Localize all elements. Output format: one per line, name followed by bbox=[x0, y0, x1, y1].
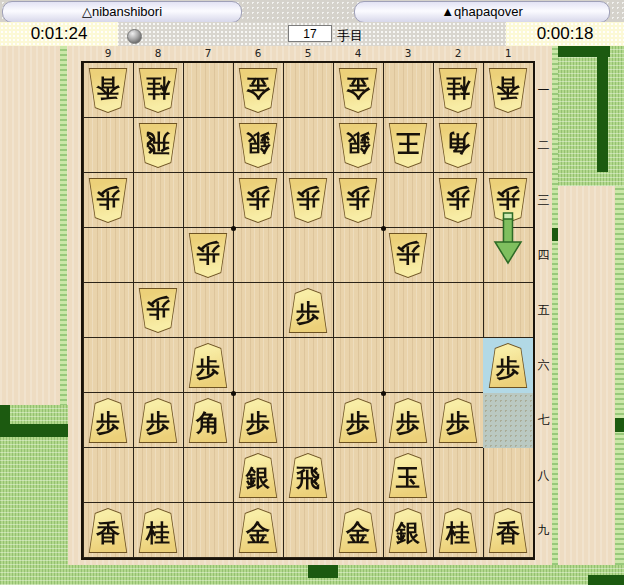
koma-sente-p[interactable]: 歩 bbox=[333, 393, 383, 448]
koma-kanji: 王 bbox=[396, 131, 420, 155]
koma-sente-s[interactable]: 銀 bbox=[383, 503, 433, 558]
mat-top-right bbox=[558, 46, 624, 186]
koma-gote-p[interactable]: 歩 bbox=[283, 173, 333, 228]
koma-gote-p[interactable]: 歩 bbox=[233, 173, 283, 228]
koma-sente-r[interactable]: 飛 bbox=[283, 448, 333, 503]
koma-gote-l[interactable]: 香 bbox=[483, 63, 533, 118]
rank-label-2: 二 bbox=[535, 118, 552, 173]
koma-gote-n[interactable]: 桂 bbox=[433, 63, 483, 118]
koma-sente-g[interactable]: 金 bbox=[333, 503, 383, 558]
koma-kanji: 金 bbox=[246, 521, 270, 545]
koma-kanji: 歩 bbox=[246, 186, 270, 210]
koma-kanji: 歩 bbox=[346, 411, 370, 435]
koma-kanji: 歩 bbox=[146, 411, 170, 435]
file-label-2: 2 bbox=[433, 47, 483, 60]
koma-kanji: 香 bbox=[496, 521, 520, 545]
rank-label-4: 四 bbox=[535, 228, 552, 283]
koma-kanji: 飛 bbox=[296, 466, 320, 490]
koma-kanji: 歩 bbox=[296, 301, 320, 325]
koma-kanji: 桂 bbox=[146, 521, 170, 545]
sente-clock: 0:00:18 bbox=[506, 22, 624, 46]
koma-sente-s[interactable]: 銀 bbox=[233, 448, 283, 503]
koma-sente-n[interactable]: 桂 bbox=[133, 503, 183, 558]
gote-player-button[interactable]: △nibanshibori bbox=[2, 1, 242, 23]
koma-gote-n[interactable]: 桂 bbox=[133, 63, 183, 118]
koma-gote-b[interactable]: 角 bbox=[433, 118, 483, 173]
file-label-1: 1 bbox=[483, 47, 533, 60]
gote-clock: 0:01:24 bbox=[0, 22, 118, 46]
koma-gote-g[interactable]: 金 bbox=[333, 63, 383, 118]
koma-sente-g[interactable]: 金 bbox=[233, 503, 283, 558]
mat-stripe-left bbox=[60, 46, 67, 406]
koma-kanji: 歩 bbox=[496, 356, 520, 380]
koma-gote-k[interactable]: 王 bbox=[383, 118, 433, 173]
koma-sente-p[interactable]: 歩 bbox=[133, 393, 183, 448]
koma-kanji: 玉 bbox=[396, 466, 420, 490]
file-label-3: 3 bbox=[383, 47, 433, 60]
file-label-7: 7 bbox=[183, 47, 233, 60]
koma-sente-l[interactable]: 香 bbox=[483, 503, 533, 558]
rank-label-6: 六 bbox=[535, 338, 552, 393]
file-label-8: 8 bbox=[133, 47, 183, 60]
koma-sente-p[interactable]: 歩 bbox=[433, 393, 483, 448]
koma-kanji: 金 bbox=[346, 521, 370, 545]
koma-kanji: 歩 bbox=[296, 186, 320, 210]
file-label-9: 9 bbox=[83, 47, 133, 60]
last-move-from-square[interactable] bbox=[483, 393, 533, 448]
player-bar: △nibanshibori ▲qhapaqover bbox=[0, 0, 624, 22]
mat-dark-bar-right bbox=[597, 46, 608, 172]
koma-gote-p[interactable]: 歩 bbox=[333, 173, 383, 228]
shogi-board[interactable]: 香桂金金桂香飛銀銀王角歩歩歩歩歩歩歩歩歩歩歩歩歩歩角歩歩歩歩銀飛玉香桂金金銀桂香 bbox=[81, 61, 535, 560]
koma-kanji: 銀 bbox=[396, 521, 420, 545]
rank-label-1: 一 bbox=[535, 63, 552, 118]
file-labels: 987654321 bbox=[83, 47, 533, 60]
koma-kanji: 歩 bbox=[346, 186, 370, 210]
koma-gote-p[interactable]: 歩 bbox=[133, 283, 183, 338]
koma-gote-r[interactable]: 飛 bbox=[133, 118, 183, 173]
koma-kanji: 歩 bbox=[96, 186, 120, 210]
file-label-6: 6 bbox=[233, 47, 283, 60]
sente-player-button[interactable]: ▲qhapaqover bbox=[354, 1, 610, 23]
koma-kanji: 銀 bbox=[346, 131, 370, 155]
koma-sente-l[interactable]: 香 bbox=[83, 503, 133, 558]
koma-gote-p[interactable]: 歩 bbox=[383, 228, 433, 283]
koma-kanji: 桂 bbox=[446, 521, 470, 545]
move-number-input[interactable] bbox=[288, 25, 332, 42]
rank-label-8: 八 bbox=[535, 448, 552, 503]
koma-gote-p[interactable]: 歩 bbox=[183, 228, 233, 283]
koma-kanji: 歩 bbox=[96, 411, 120, 435]
koma-kanji: 歩 bbox=[446, 186, 470, 210]
koma-kanji: 歩 bbox=[446, 411, 470, 435]
koma-gote-l[interactable]: 香 bbox=[83, 63, 133, 118]
status-sphere-icon bbox=[127, 29, 142, 44]
koma-kanji: 歩 bbox=[396, 411, 420, 435]
koma-kanji: 歩 bbox=[496, 186, 520, 210]
koma-gote-s[interactable]: 銀 bbox=[233, 118, 283, 173]
koma-kanji: 桂 bbox=[446, 76, 470, 100]
koma-sente-p[interactable]: 歩 bbox=[483, 338, 533, 393]
rank-label-9: 九 bbox=[535, 503, 552, 558]
mat-dark-band-left bbox=[0, 424, 68, 437]
koma-sente-p[interactable]: 歩 bbox=[183, 338, 233, 393]
move-arrow-icon bbox=[483, 211, 533, 266]
koma-sente-b[interactable]: 角 bbox=[183, 393, 233, 448]
koma-kanji: 銀 bbox=[246, 131, 270, 155]
koma-kanji: 銀 bbox=[246, 466, 270, 490]
koma-kanji: 金 bbox=[346, 76, 370, 100]
koma-kanji: 歩 bbox=[396, 241, 420, 265]
rank-label-5: 五 bbox=[535, 283, 552, 338]
koma-kanji: 歩 bbox=[196, 241, 220, 265]
mat-bottom-dark-seg bbox=[308, 565, 338, 578]
koma-kanji: 歩 bbox=[246, 411, 270, 435]
rank-label-7: 七 bbox=[535, 393, 552, 448]
mat-stripe-right-dark-seg bbox=[552, 228, 558, 241]
rank-labels: 一二三四五六七八九 bbox=[535, 63, 552, 558]
mat-stripe-right bbox=[552, 46, 558, 585]
file-label-4: 4 bbox=[333, 47, 383, 60]
koma-gote-s[interactable]: 銀 bbox=[333, 118, 383, 173]
rank-label-3: 三 bbox=[535, 173, 552, 228]
koma-sente-p[interactable]: 歩 bbox=[233, 393, 283, 448]
mat-far-right-dark-seg bbox=[615, 418, 624, 432]
koma-kanji: 金 bbox=[246, 76, 270, 100]
mat-dark-corner-left bbox=[0, 405, 10, 424]
koma-sente-p[interactable]: 歩 bbox=[383, 393, 433, 448]
koma-sente-p[interactable]: 歩 bbox=[283, 283, 333, 338]
move-number-unit: 手目 bbox=[337, 27, 363, 45]
koma-sente-k[interactable]: 玉 bbox=[383, 448, 433, 503]
file-label-5: 5 bbox=[283, 47, 333, 60]
koma-kanji: 香 bbox=[96, 76, 120, 100]
koma-gote-g[interactable]: 金 bbox=[233, 63, 283, 118]
koma-kanji: 香 bbox=[96, 521, 120, 545]
koma-gote-p[interactable]: 歩 bbox=[83, 173, 133, 228]
koma-kanji: 香 bbox=[496, 76, 520, 100]
koma-kanji: 歩 bbox=[146, 296, 170, 320]
koma-kanji: 歩 bbox=[196, 356, 220, 380]
koma-gote-p[interactable]: 歩 bbox=[433, 173, 483, 228]
koma-kanji: 飛 bbox=[146, 131, 170, 155]
koma-kanji: 角 bbox=[196, 411, 220, 435]
koma-kanji: 角 bbox=[446, 131, 470, 155]
koma-sente-p[interactable]: 歩 bbox=[83, 393, 133, 448]
koma-kanji: 桂 bbox=[146, 76, 170, 100]
koma-sente-n[interactable]: 桂 bbox=[433, 503, 483, 558]
mat-stripe-far-right bbox=[615, 186, 624, 585]
mat-bottom-right-dark-seg bbox=[588, 575, 624, 585]
shogi-table-window: △nibanshibori ▲qhapaqover 0:01:24 0:00:1… bbox=[0, 0, 624, 585]
